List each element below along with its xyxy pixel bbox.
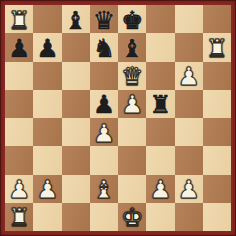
square-a8[interactable]: ♜ xyxy=(5,5,33,33)
black-knight[interactable]: ♞ xyxy=(93,36,115,61)
white-pawn[interactable]: ♟ xyxy=(149,177,171,202)
square-c8[interactable]: ♝ xyxy=(62,5,90,33)
square-f8[interactable] xyxy=(146,5,174,33)
square-c4[interactable] xyxy=(62,118,90,146)
square-e4[interactable] xyxy=(118,118,146,146)
white-queen[interactable]: ♛ xyxy=(121,64,143,89)
white-rook[interactable]: ♜ xyxy=(8,8,30,33)
black-pawn[interactable]: ♟ xyxy=(93,92,115,117)
square-d4[interactable]: ♟ xyxy=(90,118,118,146)
square-h3[interactable] xyxy=(203,146,231,174)
square-f4[interactable] xyxy=(146,118,174,146)
black-rook[interactable]: ♜ xyxy=(149,92,171,117)
square-f2[interactable]: ♟ xyxy=(146,175,174,203)
white-bishop[interactable]: ♝ xyxy=(93,177,115,202)
square-e2[interactable] xyxy=(118,175,146,203)
square-a6[interactable] xyxy=(5,62,33,90)
square-a5[interactable] xyxy=(5,90,33,118)
square-d7[interactable]: ♞ xyxy=(90,33,118,61)
square-h6[interactable] xyxy=(203,62,231,90)
black-pawn[interactable]: ♟ xyxy=(36,36,58,61)
chess-board: ♜♝♛♚♟♟♞♝♜♛♟♟♟♜♟♟♟♝♟♟♜♚ xyxy=(5,5,231,231)
square-d2[interactable]: ♝ xyxy=(90,175,118,203)
square-d1[interactable] xyxy=(90,203,118,231)
square-e5[interactable]: ♟ xyxy=(118,90,146,118)
square-f7[interactable] xyxy=(146,33,174,61)
white-pawn[interactable]: ♟ xyxy=(8,177,30,202)
white-pawn[interactable]: ♟ xyxy=(177,64,199,89)
square-c2[interactable] xyxy=(62,175,90,203)
square-g6[interactable]: ♟ xyxy=(175,62,203,90)
square-g4[interactable] xyxy=(175,118,203,146)
square-c6[interactable] xyxy=(62,62,90,90)
square-e3[interactable] xyxy=(118,146,146,174)
white-king[interactable]: ♚ xyxy=(121,205,143,230)
black-king[interactable]: ♚ xyxy=(121,8,143,33)
square-d8[interactable]: ♛ xyxy=(90,5,118,33)
white-rook[interactable]: ♜ xyxy=(8,205,30,230)
square-e1[interactable]: ♚ xyxy=(118,203,146,231)
square-c7[interactable] xyxy=(62,33,90,61)
square-d6[interactable] xyxy=(90,62,118,90)
square-a1[interactable]: ♜ xyxy=(5,203,33,231)
black-queen[interactable]: ♛ xyxy=(93,8,115,33)
white-pawn[interactable]: ♟ xyxy=(121,92,143,117)
square-f3[interactable] xyxy=(146,146,174,174)
square-a7[interactable]: ♟ xyxy=(5,33,33,61)
square-h4[interactable] xyxy=(203,118,231,146)
square-g3[interactable] xyxy=(175,146,203,174)
square-c1[interactable] xyxy=(62,203,90,231)
square-a3[interactable] xyxy=(5,146,33,174)
square-d5[interactable]: ♟ xyxy=(90,90,118,118)
square-f6[interactable] xyxy=(146,62,174,90)
square-g2[interactable]: ♟ xyxy=(175,175,203,203)
white-pawn[interactable]: ♟ xyxy=(177,177,199,202)
square-d3[interactable] xyxy=(90,146,118,174)
white-rook[interactable]: ♜ xyxy=(206,36,228,61)
square-c3[interactable] xyxy=(62,146,90,174)
square-h5[interactable] xyxy=(203,90,231,118)
square-a2[interactable]: ♟ xyxy=(5,175,33,203)
square-a4[interactable] xyxy=(5,118,33,146)
black-bishop[interactable]: ♝ xyxy=(121,36,143,61)
square-b4[interactable] xyxy=(33,118,61,146)
square-g8[interactable] xyxy=(175,5,203,33)
white-pawn[interactable]: ♟ xyxy=(36,177,58,202)
square-f1[interactable] xyxy=(146,203,174,231)
square-b3[interactable] xyxy=(33,146,61,174)
square-b2[interactable]: ♟ xyxy=(33,175,61,203)
square-g7[interactable] xyxy=(175,33,203,61)
square-e6[interactable]: ♛ xyxy=(118,62,146,90)
square-b8[interactable] xyxy=(33,5,61,33)
square-h1[interactable] xyxy=(203,203,231,231)
square-h7[interactable]: ♜ xyxy=(203,33,231,61)
square-b6[interactable] xyxy=(33,62,61,90)
square-e8[interactable]: ♚ xyxy=(118,5,146,33)
square-e7[interactable]: ♝ xyxy=(118,33,146,61)
square-b7[interactable]: ♟ xyxy=(33,33,61,61)
square-b1[interactable] xyxy=(33,203,61,231)
square-g1[interactable] xyxy=(175,203,203,231)
square-f5[interactable]: ♜ xyxy=(146,90,174,118)
board-frame: ♜♝♛♚♟♟♞♝♜♛♟♟♟♜♟♟♟♝♟♟♜♚ xyxy=(0,0,236,236)
white-pawn[interactable]: ♟ xyxy=(93,121,115,146)
square-c5[interactable] xyxy=(62,90,90,118)
square-h8[interactable] xyxy=(203,5,231,33)
black-pawn[interactable]: ♟ xyxy=(8,36,30,61)
square-h2[interactable] xyxy=(203,175,231,203)
square-b5[interactable] xyxy=(33,90,61,118)
black-bishop[interactable]: ♝ xyxy=(64,8,86,33)
square-g5[interactable] xyxy=(175,90,203,118)
